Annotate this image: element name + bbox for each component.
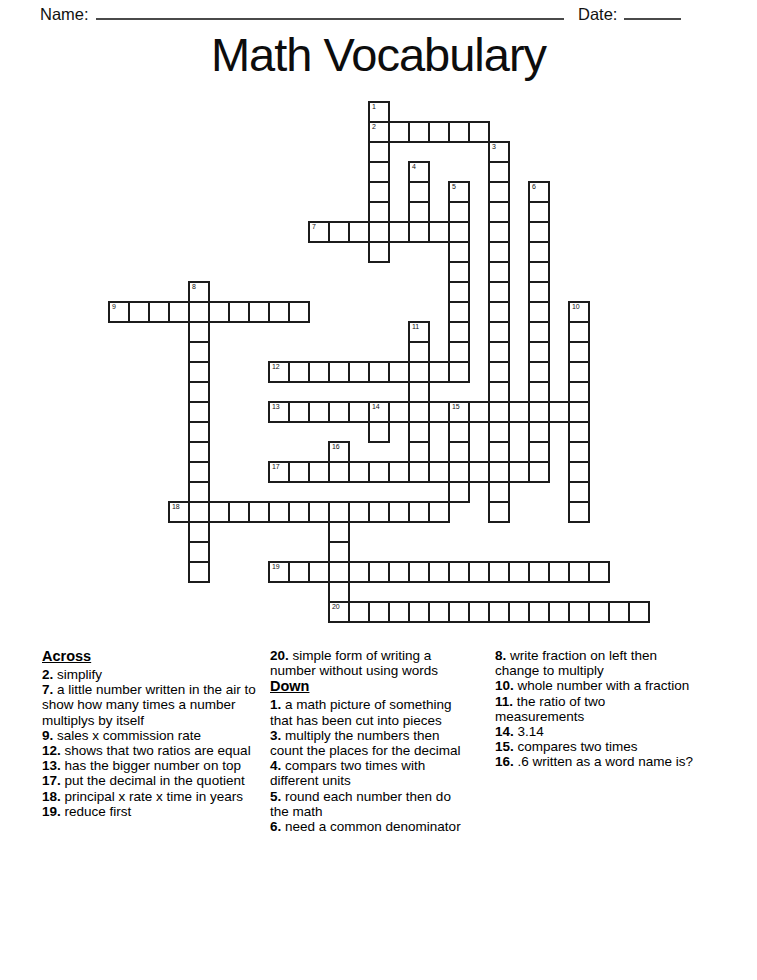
grid-cell[interactable] (328, 581, 350, 603)
grid-cell[interactable] (408, 181, 430, 203)
grid-cell[interactable] (548, 401, 570, 423)
grid-cell[interactable] (508, 401, 530, 423)
grid-cell[interactable] (328, 221, 350, 243)
grid-cell[interactable] (408, 121, 430, 143)
grid-cell[interactable] (188, 381, 210, 403)
name-field-group: Name: (40, 2, 564, 24)
grid-cell[interactable] (288, 501, 310, 523)
grid-cell[interactable] (428, 121, 450, 143)
crossword-grid: 1234567891011121314151617181920 (108, 101, 650, 623)
grid-cell[interactable] (488, 381, 510, 403)
grid-cell[interactable]: 7 (308, 221, 330, 243)
grid-cell[interactable]: 17 (268, 461, 290, 483)
clue-number-label: 18. (42, 789, 61, 804)
grid-cell[interactable] (348, 221, 370, 243)
grid-cell[interactable] (288, 301, 310, 323)
grid-cell[interactable] (528, 321, 550, 343)
grid-cell[interactable] (468, 561, 490, 583)
clue-number-label: 2. (42, 667, 53, 682)
grid-cell[interactable] (488, 601, 510, 623)
grid-cell[interactable] (528, 361, 550, 383)
clue-number: 7 (312, 223, 316, 231)
grid-cell[interactable] (448, 201, 470, 223)
grid-cell[interactable] (208, 501, 230, 523)
grid-cell[interactable] (188, 301, 210, 323)
grid-cell[interactable] (528, 241, 550, 263)
grid-cell[interactable]: 14 (368, 401, 390, 423)
grid-cell[interactable] (408, 601, 430, 623)
clue-number-label: 15. (495, 739, 514, 754)
grid-cell[interactable] (528, 341, 550, 363)
grid-cell[interactable] (428, 561, 450, 583)
grid-cell[interactable] (528, 401, 550, 423)
grid-cell[interactable] (548, 601, 570, 623)
clue-number: 13 (272, 403, 279, 411)
clue-down-4: 4. compars two times with different unit… (270, 758, 462, 788)
grid-cell[interactable] (528, 441, 550, 463)
grid-cell[interactable] (328, 521, 350, 543)
clue-number-label: 4. (270, 758, 281, 773)
grid-cell[interactable] (288, 361, 310, 383)
grid-cell[interactable] (368, 161, 390, 183)
grid-cell[interactable] (448, 561, 470, 583)
grid-cell[interactable] (308, 561, 330, 583)
grid-cell[interactable] (488, 301, 510, 323)
clue-number: 2 (372, 123, 376, 131)
clue-number-label: 9. (42, 728, 53, 743)
grid-cell[interactable] (448, 301, 470, 323)
grid-cell[interactable] (588, 601, 610, 623)
grid-cell[interactable] (568, 481, 590, 503)
grid-cell[interactable] (488, 261, 510, 283)
grid-cell[interactable] (128, 301, 150, 323)
grid-cell[interactable] (568, 461, 590, 483)
grid-cell[interactable] (568, 381, 590, 403)
grid-cell[interactable]: 12 (268, 361, 290, 383)
grid-cell[interactable] (188, 481, 210, 503)
grid-cell[interactable] (388, 461, 410, 483)
grid-cell[interactable] (308, 401, 330, 423)
grid-cell[interactable] (428, 601, 450, 623)
grid-cell[interactable] (368, 561, 390, 583)
clue-number-label: 17. (42, 773, 61, 788)
grid-cell[interactable] (368, 421, 390, 443)
grid-cell[interactable] (408, 361, 430, 383)
grid-cell[interactable] (248, 301, 270, 323)
grid-cell[interactable]: 13 (268, 401, 290, 423)
grid-cell[interactable] (588, 561, 610, 583)
page-title: Math Vocabulary (0, 30, 757, 80)
grid-cell[interactable] (448, 361, 470, 383)
grid-cell[interactable] (408, 421, 430, 443)
grid-cell[interactable] (348, 401, 370, 423)
grid-cell[interactable] (488, 441, 510, 463)
grid-cell[interactable] (488, 341, 510, 363)
grid-cell[interactable] (568, 421, 590, 443)
grid-cell[interactable] (408, 201, 430, 223)
grid-cell[interactable] (428, 401, 450, 423)
grid-cell[interactable] (448, 341, 470, 363)
grid-cell[interactable] (368, 361, 390, 383)
clue-across-7: 7. a little number written in the air to… (42, 682, 270, 728)
date-label: Date: (578, 5, 617, 24)
name-label: Name: (40, 5, 89, 24)
clue-down-5: 5. round each number then do the math (270, 789, 462, 819)
clue-number: 19 (272, 563, 279, 571)
grid-cell[interactable] (628, 601, 650, 623)
clue-number: 16 (332, 443, 339, 451)
grid-cell[interactable] (528, 281, 550, 303)
grid-cell[interactable] (448, 441, 470, 463)
clue-number-label: 8. (495, 648, 506, 663)
grid-cell[interactable] (308, 461, 330, 483)
grid-cell[interactable] (428, 501, 450, 523)
grid-cell[interactable] (308, 361, 330, 383)
grid-cell[interactable] (488, 161, 510, 183)
date-blank-line[interactable] (624, 2, 681, 20)
grid-cell[interactable] (468, 121, 490, 143)
clue-number: 20 (332, 603, 339, 611)
grid-cell[interactable] (428, 361, 450, 383)
clue-number: 10 (572, 303, 579, 311)
grid-cell[interactable]: 6 (528, 181, 550, 203)
grid-cell[interactable] (488, 241, 510, 263)
grid-cell[interactable] (488, 561, 510, 583)
grid-cell[interactable] (368, 181, 390, 203)
grid-cell[interactable]: 8 (188, 281, 210, 303)
clue-number-label: 16. (495, 754, 514, 769)
grid-cell[interactable] (188, 501, 210, 523)
grid-cell[interactable]: 16 (328, 441, 350, 463)
clue-across-12: 12. shows that two ratios are equal (42, 743, 270, 758)
grid-cell[interactable] (388, 121, 410, 143)
clue-number-label: 5. (270, 789, 281, 804)
clue-number: 3 (492, 143, 496, 151)
grid-cell[interactable] (468, 601, 490, 623)
grid-cell[interactable] (328, 401, 350, 423)
grid-cell[interactable] (428, 221, 450, 243)
grid-cell[interactable] (568, 601, 590, 623)
grid-cell[interactable] (488, 461, 510, 483)
grid-cell[interactable] (268, 301, 290, 323)
grid-cell[interactable]: 20 (328, 601, 350, 623)
clue-number: 15 (452, 403, 459, 411)
clue-down-1: 1. a math picture of something that has … (270, 697, 462, 727)
clue-number: 9 (112, 303, 116, 311)
grid-cell[interactable] (368, 501, 390, 523)
grid-cell[interactable] (288, 561, 310, 583)
grid-cell[interactable] (568, 561, 590, 583)
grid-cell[interactable] (528, 461, 550, 483)
grid-cell[interactable] (568, 441, 590, 463)
down-clues-list-part1: 1. a math picture of something that has … (270, 697, 462, 834)
clue-number-label: 19. (42, 804, 61, 819)
grid-cell[interactable] (528, 301, 550, 323)
grid-cell[interactable] (208, 301, 230, 323)
grid-cell[interactable] (528, 601, 550, 623)
clue-number: 18 (172, 503, 179, 511)
grid-cell[interactable] (548, 561, 570, 583)
grid-cell[interactable] (408, 501, 430, 523)
clue-number-label: 10. (495, 678, 514, 693)
clue-down-6: 6. need a common denominator (270, 819, 462, 834)
grid-cell[interactable] (448, 421, 470, 443)
clue-number: 8 (192, 283, 196, 291)
grid-cell[interactable] (528, 381, 550, 403)
down-heading: Down (270, 678, 462, 695)
clues-column-1: Across 2. simplify7. a little number wri… (42, 648, 270, 819)
clue-number-label: 6. (270, 819, 281, 834)
grid-cell[interactable] (188, 421, 210, 443)
across-clues-list-part1: 2. simplify7. a little number written in… (42, 667, 270, 819)
grid-cell[interactable] (388, 361, 410, 383)
grid-cell[interactable] (348, 601, 370, 623)
grid-cell[interactable] (468, 401, 490, 423)
clue-number-label: 20. (270, 648, 289, 663)
grid-cell[interactable] (368, 601, 390, 623)
clue-number: 12 (272, 363, 279, 371)
clue-down-15: 15. compares two times (495, 739, 695, 754)
grid-cell[interactable] (568, 321, 590, 343)
clue-down-14: 14. 3.14 (495, 724, 695, 739)
grid-cell[interactable] (328, 501, 350, 523)
grid-cell[interactable] (408, 381, 430, 403)
grid-cell[interactable] (568, 341, 590, 363)
grid-cell[interactable]: 2 (368, 121, 390, 143)
clue-number: 11 (412, 323, 419, 331)
clue-number-label: 13. (42, 758, 61, 773)
grid-cell[interactable]: 5 (448, 181, 470, 203)
clue-across-19: 19. reduce first (42, 804, 270, 819)
grid-cell[interactable] (368, 141, 390, 163)
grid-cell[interactable] (488, 201, 510, 223)
clue-down-11: 11. the ratio of two measurements (495, 694, 695, 724)
grid-cell[interactable] (488, 281, 510, 303)
clue-down-10: 10. whole number with a fraction (495, 678, 695, 693)
grid-cell[interactable] (508, 561, 530, 583)
clue-number-label: 12. (42, 743, 61, 758)
grid-cell[interactable] (408, 221, 430, 243)
grid-cell[interactable] (328, 561, 350, 583)
grid-cell[interactable] (368, 241, 390, 263)
across-clues-list-part2: 20. simple form of writing a number with… (270, 648, 462, 678)
clue-down-16: 16. .6 written as a word name is? (495, 754, 695, 769)
grid-cell[interactable] (488, 401, 510, 423)
grid-cell[interactable] (448, 601, 470, 623)
grid-cell[interactable]: 9 (108, 301, 130, 323)
grid-cell[interactable] (188, 541, 210, 563)
clue-number: 6 (532, 183, 536, 191)
grid-cell[interactable] (328, 361, 350, 383)
clue-across-13: 13. has the bigger number on top (42, 758, 270, 773)
grid-cell[interactable] (188, 401, 210, 423)
grid-cell[interactable] (188, 321, 210, 343)
across-heading: Across (42, 648, 270, 665)
grid-cell[interactable] (148, 301, 170, 323)
clue-across-20: 20. simple form of writing a number with… (270, 648, 462, 678)
grid-cell[interactable] (608, 601, 630, 623)
clue-across-2: 2. simplify (42, 667, 270, 682)
clues-column-2: 20. simple form of writing a number with… (270, 648, 462, 834)
grid-cell[interactable] (188, 341, 210, 363)
grid-cell[interactable] (448, 221, 470, 243)
clue-across-17: 17. put the decimal in the quotient (42, 773, 270, 788)
grid-cell[interactable] (408, 441, 430, 463)
grid-cell[interactable]: 19 (268, 561, 290, 583)
grid-cell[interactable] (188, 361, 210, 383)
grid-cell[interactable] (188, 561, 210, 583)
grid-cell[interactable] (448, 461, 470, 483)
grid-cell[interactable] (508, 461, 530, 483)
grid-cell[interactable] (508, 601, 530, 623)
grid-cell[interactable] (188, 521, 210, 543)
grid-cell[interactable] (448, 281, 470, 303)
clue-number: 17 (272, 463, 279, 471)
grid-cell[interactable] (388, 561, 410, 583)
grid-cell[interactable]: 11 (408, 321, 430, 343)
grid-cell[interactable] (368, 221, 390, 243)
clue-number-label: 11. (495, 694, 513, 709)
grid-cell[interactable] (388, 221, 410, 243)
grid-cell[interactable] (488, 421, 510, 443)
grid-cell[interactable] (488, 361, 510, 383)
grid-cell[interactable] (448, 261, 470, 283)
grid-cell[interactable] (228, 301, 250, 323)
grid-cell[interactable] (188, 461, 210, 483)
grid-cell[interactable] (408, 461, 430, 483)
grid-cell[interactable] (448, 121, 470, 143)
grid-cell[interactable] (528, 421, 550, 443)
grid-cell[interactable] (368, 461, 390, 483)
clues-column-3: 8. write fraction on left then change to… (495, 648, 695, 770)
grid-cell[interactable] (368, 201, 390, 223)
clue-number: 1 (372, 103, 376, 111)
clue-number-label: 14. (495, 724, 514, 739)
grid-cell[interactable] (528, 261, 550, 283)
grid-cell[interactable] (388, 601, 410, 623)
grid-cell[interactable] (228, 501, 250, 523)
name-blank-line[interactable] (96, 2, 564, 20)
grid-cell[interactable] (568, 501, 590, 523)
clue-number-label: 1. (270, 697, 281, 712)
grid-cell[interactable] (328, 541, 350, 563)
grid-cell[interactable]: 10 (568, 301, 590, 323)
grid-cell[interactable]: 18 (168, 501, 190, 523)
grid-cell[interactable] (348, 501, 370, 523)
grid-cell[interactable] (408, 401, 430, 423)
clue-down-8: 8. write fraction on left then change to… (495, 648, 695, 678)
grid-cell[interactable] (568, 401, 590, 423)
grid-cell[interactable] (408, 561, 430, 583)
grid-cell[interactable] (468, 461, 490, 483)
grid-cell[interactable] (308, 501, 330, 523)
clue-down-3: 3. multiply the numbers then count the p… (270, 728, 462, 758)
grid-cell[interactable] (488, 501, 510, 523)
grid-cell[interactable]: 4 (408, 161, 430, 183)
grid-cell[interactable] (408, 341, 430, 363)
clue-number: 4 (412, 163, 416, 171)
grid-cell[interactable] (528, 561, 550, 583)
grid-cell[interactable] (388, 501, 410, 523)
grid-cell[interactable] (448, 481, 470, 503)
grid-cell[interactable]: 3 (488, 141, 510, 163)
grid-cell[interactable] (168, 301, 190, 323)
grid-cell[interactable] (488, 221, 510, 243)
grid-cell[interactable] (268, 501, 290, 523)
down-clues-list-part2: 8. write fraction on left then change to… (495, 648, 695, 770)
grid-cell[interactable] (348, 561, 370, 583)
grid-cell[interactable] (248, 501, 270, 523)
grid-cell[interactable] (288, 401, 310, 423)
clue-number-label: 7. (42, 682, 53, 697)
clue-across-9: 9. sales x commission rate (42, 728, 270, 743)
date-field-group: Date: (578, 2, 681, 24)
clue-number-label: 3. (270, 728, 281, 743)
grid-cell[interactable]: 15 (448, 401, 470, 423)
clue-number: 5 (452, 183, 456, 191)
grid-cell[interactable] (288, 461, 310, 483)
grid-cell[interactable] (328, 461, 350, 483)
grid-cell[interactable]: 1 (368, 101, 390, 123)
grid-cell[interactable] (488, 321, 510, 343)
grid-cell[interactable] (348, 461, 370, 483)
grid-cell[interactable] (448, 241, 470, 263)
grid-cell[interactable] (348, 361, 370, 383)
grid-cell[interactable] (528, 221, 550, 243)
grid-cell[interactable] (488, 481, 510, 503)
grid-cell[interactable] (388, 401, 410, 423)
grid-cell[interactable] (428, 461, 450, 483)
grid-cell[interactable] (528, 201, 550, 223)
grid-cell[interactable] (188, 441, 210, 463)
grid-cell[interactable] (568, 361, 590, 383)
clue-across-18: 18. principal x rate x time in years (42, 789, 270, 804)
clue-number: 14 (372, 403, 379, 411)
grid-cell[interactable] (488, 181, 510, 203)
grid-cell[interactable] (448, 321, 470, 343)
